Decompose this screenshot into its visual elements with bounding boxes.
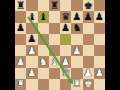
square-c2[interactable]	[38, 68, 49, 79]
piece-white-knight[interactable]: ♞	[39, 57, 48, 67]
square-g4[interactable]	[83, 45, 94, 56]
square-e1[interactable]	[60, 79, 71, 90]
square-a2[interactable]	[15, 68, 26, 79]
piece-black-pawn[interactable]: ♟	[61, 23, 70, 33]
square-b6[interactable]	[26, 23, 37, 34]
square-b2[interactable]: ♟	[26, 68, 37, 79]
square-f1[interactable]: ♜	[71, 79, 82, 90]
square-g2[interactable]: ♟	[83, 68, 94, 79]
piece-black-rook[interactable]: ♜	[50, 0, 59, 10]
square-a4[interactable]	[15, 45, 26, 56]
square-c3[interactable]: ♞	[38, 56, 49, 67]
square-b1[interactable]	[26, 79, 37, 90]
piece-white-pawn[interactable]: ♟	[27, 45, 36, 55]
square-a3[interactable]: ♟	[15, 56, 26, 67]
square-d1[interactable]	[49, 79, 60, 90]
square-d5[interactable]	[49, 34, 60, 45]
square-g6[interactable]	[83, 23, 94, 34]
piece-black-queen[interactable]: ♛	[61, 12, 70, 22]
square-g3[interactable]	[83, 56, 94, 67]
square-b3[interactable]	[26, 56, 37, 67]
square-c6[interactable]	[38, 23, 49, 34]
piece-black-pawn[interactable]: ♟	[72, 12, 81, 22]
square-a7[interactable]	[15, 11, 26, 22]
square-h5[interactable]	[94, 34, 105, 45]
square-b4[interactable]: ♟	[26, 45, 37, 56]
square-d7[interactable]	[49, 11, 60, 22]
piece-black-bishop[interactable]: ♝	[39, 12, 48, 22]
square-b8[interactable]	[26, 0, 37, 11]
square-e6[interactable]: ♟	[60, 23, 71, 34]
piece-white-queen[interactable]: ♛	[61, 68, 70, 78]
square-f3[interactable]	[71, 56, 82, 67]
piece-white-pawn[interactable]: ♟	[84, 68, 93, 78]
piece-black-pawn[interactable]: ♟	[95, 12, 104, 22]
piece-white-pawn[interactable]: ♟	[95, 68, 104, 78]
piece-white-king[interactable]: ♚	[84, 79, 93, 89]
square-a8[interactable]: ♜	[15, 0, 26, 11]
square-c1[interactable]	[38, 79, 49, 90]
square-b5[interactable]: ♟	[26, 34, 37, 45]
piece-white-rook[interactable]: ♜	[72, 79, 81, 89]
square-d8[interactable]: ♜	[49, 0, 60, 11]
square-f7[interactable]: ♟	[71, 11, 82, 22]
square-g5[interactable]	[83, 34, 94, 45]
piece-black-pawn[interactable]: ♟	[84, 12, 93, 22]
square-c4[interactable]	[38, 45, 49, 56]
square-f8[interactable]	[71, 0, 82, 11]
square-e4[interactable]	[60, 45, 71, 56]
square-a1[interactable]: ♜	[15, 79, 26, 90]
square-a6[interactable]: ♟	[15, 23, 26, 34]
square-h3[interactable]	[94, 56, 105, 67]
square-c7[interactable]: ♝	[38, 11, 49, 22]
piece-black-knight[interactable]: ♞	[72, 23, 81, 33]
square-b7[interactable]: ♝	[26, 11, 37, 22]
square-e3[interactable]: ♟	[60, 56, 71, 67]
square-h7[interactable]: ♟	[94, 11, 105, 22]
square-c8[interactable]	[38, 0, 49, 11]
piece-black-pawn[interactable]: ♟	[16, 23, 25, 33]
square-h4[interactable]	[94, 45, 105, 56]
chess-app-viewport: ♜♜♚♝♝♛♟♟♟♟♟♞♟♟♟♟♞♝♟♟♛♟♟♜♜♚	[0, 0, 120, 90]
square-h8[interactable]	[94, 0, 105, 11]
square-c5[interactable]	[38, 34, 49, 45]
square-e5[interactable]	[60, 34, 71, 45]
piece-white-pawn[interactable]: ♟	[72, 45, 81, 55]
chess-board: ♜♜♚♝♝♛♟♟♟♟♟♞♟♟♟♟♞♝♟♟♛♟♟♜♜♚	[15, 0, 105, 90]
square-e7[interactable]: ♛	[60, 11, 71, 22]
piece-black-pawn[interactable]: ♟	[27, 34, 36, 44]
piece-black-king[interactable]: ♚	[84, 0, 93, 10]
square-d3[interactable]: ♝	[49, 56, 60, 67]
square-f6[interactable]: ♞	[71, 23, 82, 34]
square-g7[interactable]: ♟	[83, 11, 94, 22]
piece-white-bishop[interactable]: ♝	[50, 57, 59, 67]
piece-white-rook[interactable]: ♜	[16, 79, 25, 89]
square-h6[interactable]	[94, 23, 105, 34]
square-d6[interactable]	[49, 23, 60, 34]
square-f2[interactable]	[71, 68, 82, 79]
square-e8[interactable]	[60, 0, 71, 11]
square-f4[interactable]: ♟	[71, 45, 82, 56]
square-e2[interactable]: ♛	[60, 68, 71, 79]
square-d4[interactable]	[49, 45, 60, 56]
square-g8[interactable]: ♚	[83, 0, 94, 11]
square-a5[interactable]	[15, 34, 26, 45]
piece-black-bishop[interactable]: ♝	[27, 12, 36, 22]
square-g1[interactable]: ♚	[83, 79, 94, 90]
piece-white-pawn[interactable]: ♟	[16, 57, 25, 67]
square-h2[interactable]: ♟	[94, 68, 105, 79]
square-h1[interactable]	[94, 79, 105, 90]
piece-black-rook[interactable]: ♜	[16, 0, 25, 10]
square-d2[interactable]	[49, 68, 60, 79]
square-f5[interactable]	[71, 34, 82, 45]
piece-white-pawn[interactable]: ♟	[27, 68, 36, 78]
piece-white-pawn[interactable]: ♟	[61, 57, 70, 67]
